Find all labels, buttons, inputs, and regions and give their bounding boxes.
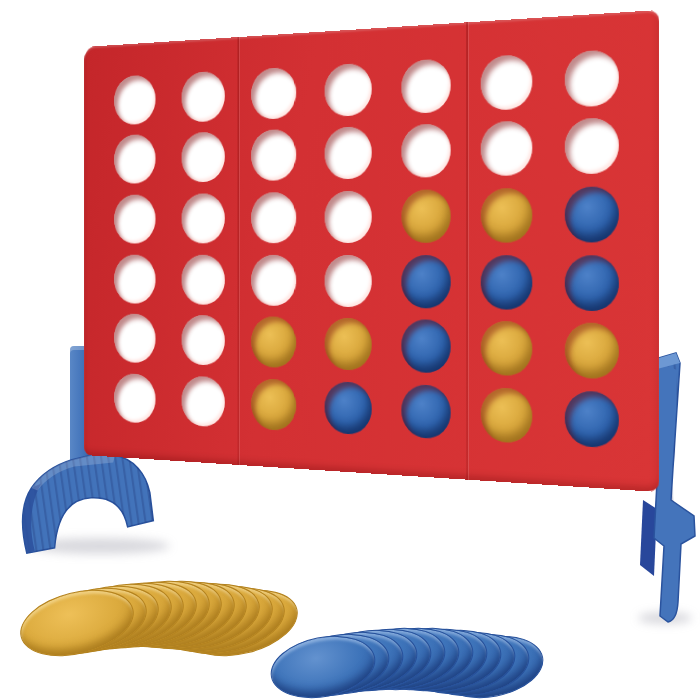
cell-r4c3 <box>238 249 311 312</box>
empty-hole <box>181 255 224 305</box>
cell-r3c4 <box>310 185 386 249</box>
yellow-disc <box>164 577 292 665</box>
cell-r5c5 <box>386 313 465 380</box>
cell-r5c1 <box>102 308 169 370</box>
cell-r2c4 <box>310 120 386 186</box>
yellow-disc <box>152 575 280 663</box>
blue-disc <box>433 627 549 700</box>
blue-disc-in-hole <box>401 384 450 439</box>
empty-hole <box>401 58 450 113</box>
yellow-disc <box>38 575 166 663</box>
empty-hole <box>325 255 372 307</box>
blue-disc <box>321 621 437 700</box>
cell-r1c3 <box>238 60 311 126</box>
cell-r2c3 <box>238 123 311 187</box>
cell-r3c6 <box>466 181 549 248</box>
yellow-disc <box>13 579 141 667</box>
empty-hole <box>325 63 372 117</box>
yellow-disc <box>76 570 204 658</box>
yellow-disc-in-hole <box>481 321 533 377</box>
cell-r3c2 <box>168 187 238 249</box>
empty-hole <box>114 195 155 244</box>
blue-disc-in-hole <box>565 255 619 311</box>
cell-r2c7 <box>549 111 636 182</box>
cell-r1c5 <box>386 51 465 120</box>
empty-hole <box>181 193 224 243</box>
empty-hole <box>251 129 296 181</box>
empty-hole <box>181 376 224 428</box>
cell-r6c7 <box>549 384 636 456</box>
cell-r5c7 <box>549 316 636 387</box>
cell-r4c1 <box>102 249 169 309</box>
empty-hole <box>114 74 155 125</box>
cell-r1c7 <box>549 42 636 114</box>
cell-r4c7 <box>549 249 636 318</box>
cell-r5c6 <box>466 315 549 384</box>
yellow-disc <box>114 570 242 658</box>
blue-disc <box>307 622 423 700</box>
yellow-disc <box>51 573 179 661</box>
empty-hole <box>181 315 224 366</box>
yellow-disc <box>89 570 217 658</box>
cell-r4c4 <box>310 249 386 313</box>
cell-r6c5 <box>386 378 465 447</box>
blue-disc-in-hole <box>565 390 619 448</box>
yellow-disc-in-hole <box>481 188 533 243</box>
empty-hole <box>114 134 155 184</box>
cell-r1c2 <box>168 64 238 128</box>
cell-r4c2 <box>168 249 238 311</box>
blue-disc-in-hole <box>565 186 619 242</box>
board <box>84 10 659 492</box>
blue-disc <box>265 627 381 700</box>
cell-r5c2 <box>168 309 238 372</box>
empty-hole <box>565 49 619 107</box>
empty-hole <box>114 373 155 424</box>
blue-disc <box>293 623 409 700</box>
blue-disc-in-hole <box>401 255 450 309</box>
yellow-disc-in-hole <box>325 318 372 371</box>
cell-r5c3 <box>238 311 311 375</box>
empty-hole <box>114 255 155 304</box>
cell-r3c1 <box>102 189 169 249</box>
cell-r6c2 <box>168 370 238 434</box>
cell-r2c5 <box>386 117 465 184</box>
cell-r6c3 <box>238 372 311 438</box>
cell-r2c1 <box>102 128 169 190</box>
cell-r4c5 <box>386 249 465 315</box>
yellow-disc-in-hole <box>251 378 296 431</box>
yellow-disc <box>139 573 267 661</box>
yellow-disc <box>127 571 255 659</box>
empty-hole <box>401 124 450 179</box>
cell-r2c6 <box>466 114 549 183</box>
blue-disc <box>391 622 507 700</box>
yellow-disc <box>64 571 192 659</box>
cell-r5c4 <box>310 312 386 378</box>
empty-hole <box>181 71 224 123</box>
empty-hole <box>325 191 372 243</box>
blue-disc-in-hole <box>325 381 372 435</box>
empty-hole <box>325 127 372 180</box>
cell-r6c6 <box>466 381 549 451</box>
cell-r4c6 <box>466 249 549 316</box>
yellow-disc-in-hole <box>401 189 450 243</box>
empty-hole <box>251 255 296 306</box>
yellow-disc <box>26 577 154 665</box>
blue-disc <box>377 621 493 700</box>
yellow-disc-in-hole <box>481 387 533 444</box>
yellow-disc-in-hole <box>565 323 619 380</box>
blue-disc <box>279 625 395 700</box>
cell-r6c1 <box>102 367 169 430</box>
cell-r3c5 <box>386 183 465 249</box>
empty-hole <box>481 121 533 177</box>
board-face <box>84 10 659 492</box>
blue-disc <box>335 620 451 699</box>
blue-disc-in-hole <box>481 255 533 310</box>
cell-r1c6 <box>466 47 549 118</box>
cell-r3c7 <box>549 180 636 249</box>
empty-hole <box>114 314 155 364</box>
cell-r1c4 <box>310 56 386 123</box>
blue-disc <box>405 623 521 700</box>
board-grid <box>84 10 659 492</box>
yellow-disc <box>101 570 229 658</box>
empty-hole <box>251 192 296 243</box>
empty-hole <box>181 132 224 183</box>
connect-four-product-photo <box>0 0 700 700</box>
cell-r2c2 <box>168 126 238 189</box>
empty-hole <box>251 67 296 120</box>
cell-r3c3 <box>238 186 311 249</box>
blue-disc <box>363 620 479 699</box>
blue-disc-in-hole <box>401 320 450 375</box>
yellow-disc <box>177 579 305 667</box>
blue-disc <box>419 625 535 700</box>
cell-r6c4 <box>310 375 386 442</box>
yellow-disc-in-hole <box>251 317 296 369</box>
cell-r1c1 <box>102 68 169 131</box>
empty-hole <box>481 54 533 111</box>
blue-disc <box>349 619 465 698</box>
empty-hole <box>565 118 619 175</box>
